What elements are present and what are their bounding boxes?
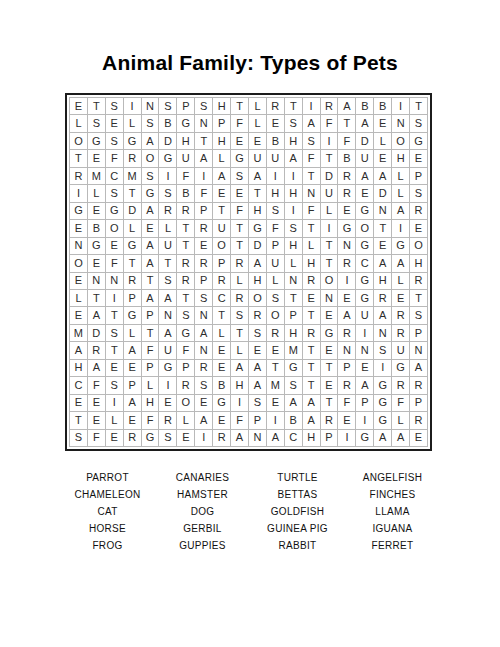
- grid-cell: O: [142, 150, 159, 166]
- grid-cell: L: [142, 377, 159, 393]
- grid-cell: U: [159, 238, 176, 254]
- grid-cell: F: [303, 150, 320, 166]
- grid-cell: I: [159, 168, 176, 184]
- grid-cell: C: [106, 168, 123, 184]
- grid-cell: G: [356, 238, 373, 254]
- grid-cell: G: [392, 360, 409, 376]
- grid-cell: U: [267, 150, 284, 166]
- grid-cell: E: [410, 220, 427, 236]
- grid-cell: B: [177, 185, 194, 201]
- grid-cell: P: [410, 325, 427, 341]
- grid-cell: B: [356, 98, 373, 114]
- grid-cell: E: [88, 255, 105, 271]
- grid-cell: F: [303, 203, 320, 219]
- grid-cell: I: [392, 98, 409, 114]
- grid-cell: L: [177, 412, 194, 428]
- grid-cell: R: [231, 255, 248, 271]
- grid-cell: C: [70, 377, 87, 393]
- grid-cell: A: [392, 255, 409, 271]
- grid-cell: G: [392, 238, 409, 254]
- grid-cell: G: [70, 203, 87, 219]
- grid-cell: D: [321, 168, 338, 184]
- grid-cell: A: [249, 377, 266, 393]
- grid-cell: R: [213, 430, 230, 446]
- grid-cell: A: [338, 307, 355, 323]
- grid-cell: R: [159, 412, 176, 428]
- grid-cell: E: [195, 395, 212, 411]
- grid-cell: F: [231, 203, 248, 219]
- grid-cell: A: [338, 98, 355, 114]
- grid-cell: S: [249, 325, 266, 341]
- grid-cell: S: [195, 377, 212, 393]
- grid-cell: E: [106, 360, 123, 376]
- grid-cell: B: [338, 150, 355, 166]
- grid-cell: U: [249, 150, 266, 166]
- grid-cell: O: [410, 238, 427, 254]
- grid-cell: L: [392, 273, 409, 289]
- grid-cell: H: [285, 185, 302, 201]
- grid-cell: U: [159, 342, 176, 358]
- grid-cell: L: [303, 238, 320, 254]
- grid-cell: U: [321, 185, 338, 201]
- grid-cell: F: [177, 168, 194, 184]
- grid-cell: I: [338, 430, 355, 446]
- grid-cell: D: [88, 325, 105, 341]
- grid-cell: I: [321, 133, 338, 149]
- word-list-item: FROG: [60, 537, 155, 554]
- grid-cell: N: [321, 290, 338, 306]
- grid-cell: E: [142, 220, 159, 236]
- grid-cell: F: [142, 412, 159, 428]
- grid-cell: A: [142, 238, 159, 254]
- grid-cell: F: [338, 395, 355, 411]
- grid-cell: E: [338, 290, 355, 306]
- grid-cell: A: [142, 290, 159, 306]
- grid-cell: S: [410, 185, 427, 201]
- grid-cell: P: [177, 98, 194, 114]
- grid-cell: L: [70, 115, 87, 131]
- grid-cell: E: [106, 430, 123, 446]
- grid-cell: A: [392, 430, 409, 446]
- grid-cell: F: [177, 342, 194, 358]
- grid-cell: I: [392, 220, 409, 236]
- grid-cell: I: [356, 325, 373, 341]
- grid-cell: R: [195, 220, 212, 236]
- grid-cell: P: [124, 290, 141, 306]
- grid-cell: I: [231, 395, 248, 411]
- grid-cell: U: [392, 342, 409, 358]
- grid-cell: T: [124, 185, 141, 201]
- grid-cell: E: [70, 273, 87, 289]
- grid-cell: E: [195, 238, 212, 254]
- grid-cell: H: [392, 150, 409, 166]
- grid-cell: I: [285, 203, 302, 219]
- grid-cell: E: [374, 150, 391, 166]
- grid-cell: T: [303, 220, 320, 236]
- grid-cell: S: [231, 307, 248, 323]
- word-list-item: HAMSTER: [155, 486, 250, 503]
- grid-cell: R: [213, 273, 230, 289]
- grid-cell: T: [106, 307, 123, 323]
- grid-cell: U: [177, 150, 194, 166]
- grid-cell: R: [392, 307, 409, 323]
- grid-cell: L: [249, 115, 266, 131]
- grid-cell: S: [159, 273, 176, 289]
- grid-cell: T: [231, 220, 248, 236]
- grid-cell: E: [70, 220, 87, 236]
- word-list-item: CAT: [60, 503, 155, 520]
- grid-cell: H: [285, 325, 302, 341]
- grid-cell: O: [70, 255, 87, 271]
- grid-cell: T: [88, 98, 105, 114]
- word-list-item: FINCHES: [345, 486, 440, 503]
- grid-cell: P: [267, 238, 284, 254]
- grid-cell: T: [106, 342, 123, 358]
- grid-cell: E: [106, 238, 123, 254]
- grid-cell: G: [177, 325, 194, 341]
- grid-cell: R: [124, 273, 141, 289]
- grid-cell: F: [267, 220, 284, 236]
- grid-cell: I: [285, 168, 302, 184]
- grid-cell: S: [410, 115, 427, 131]
- grid-cell: G: [124, 307, 141, 323]
- grid-cell: F: [321, 115, 338, 131]
- grid-cell: H: [142, 395, 159, 411]
- grid-cell: H: [374, 273, 391, 289]
- grid-cell: A: [303, 412, 320, 428]
- grid-cell: I: [267, 168, 284, 184]
- grid-cell: R: [249, 307, 266, 323]
- grid-cell: S: [285, 115, 302, 131]
- grid-cell: M: [70, 325, 87, 341]
- grid-cell: M: [285, 342, 302, 358]
- grid-cell: T: [195, 133, 212, 149]
- grid-cell: L: [285, 255, 302, 271]
- grid-cell: N: [285, 273, 302, 289]
- grid-cell: A: [142, 255, 159, 271]
- grid-cell: L: [392, 185, 409, 201]
- grid-cell: A: [285, 395, 302, 411]
- grid-cell: R: [195, 255, 212, 271]
- word-list-item: GERBIL: [155, 520, 250, 537]
- grid-cell: T: [88, 290, 105, 306]
- grid-cell: L: [231, 273, 248, 289]
- grid-cell: H: [249, 203, 266, 219]
- grid-cell: G: [374, 377, 391, 393]
- grid-cell: L: [392, 168, 409, 184]
- grid-cell: E: [267, 395, 284, 411]
- grid-cell: P: [285, 307, 302, 323]
- grid-cell: D: [356, 133, 373, 149]
- grid-cell: R: [177, 273, 194, 289]
- letter-grid: ETSINSPSHTLRTIRABBITLSELSBGNPFLESAFTAENS…: [69, 97, 428, 447]
- grid-cell: H: [267, 185, 284, 201]
- grid-cell: I: [195, 168, 212, 184]
- grid-cell: S: [285, 377, 302, 393]
- grid-cell: S: [195, 290, 212, 306]
- grid-cell: F: [195, 185, 212, 201]
- grid-cell: L: [392, 412, 409, 428]
- grid-cell: T: [374, 220, 391, 236]
- grid-cell: S: [70, 430, 87, 446]
- grid-cell: P: [410, 168, 427, 184]
- grid-cell: N: [338, 238, 355, 254]
- grid-cell: L: [374, 133, 391, 149]
- word-list-column-2: CANARIESHAMSTERDOGGERBILGUPPIES: [155, 469, 250, 554]
- grid-cell: A: [231, 430, 248, 446]
- grid-cell: H: [410, 255, 427, 271]
- grid-cell: E: [267, 342, 284, 358]
- grid-cell: B: [374, 98, 391, 114]
- grid-cell: A: [303, 395, 320, 411]
- grid-cell: S: [231, 168, 248, 184]
- grid-cell: E: [321, 307, 338, 323]
- grid-cell: E: [88, 395, 105, 411]
- grid-cell: L: [124, 325, 141, 341]
- grid-cell: P: [321, 430, 338, 446]
- grid-cell: H: [213, 98, 230, 114]
- word-list-item: GUPPIES: [155, 537, 250, 554]
- grid-cell: L: [70, 290, 87, 306]
- grid-cell: L: [213, 325, 230, 341]
- grid-cell: F: [106, 255, 123, 271]
- grid-cell: S: [285, 220, 302, 236]
- grid-cell: N: [195, 307, 212, 323]
- grid-cell: G: [410, 133, 427, 149]
- grid-cell: N: [374, 325, 391, 341]
- grid-cell: H: [177, 133, 194, 149]
- grid-cell: T: [303, 360, 320, 376]
- grid-cell: G: [338, 220, 355, 236]
- word-list-item: LLAMA: [345, 503, 440, 520]
- grid-cell: P: [124, 377, 141, 393]
- grid-cell: M: [88, 168, 105, 184]
- grid-cell: D: [374, 185, 391, 201]
- grid-cell: G: [356, 273, 373, 289]
- grid-cell: A: [213, 168, 230, 184]
- grid-cell: U: [356, 307, 373, 323]
- grid-cell: P: [195, 273, 212, 289]
- grid-cell: A: [374, 168, 391, 184]
- grid-cell: A: [88, 307, 105, 323]
- grid-cell: P: [177, 360, 194, 376]
- grid-cell: N: [374, 203, 391, 219]
- grid-cell: R: [338, 255, 355, 271]
- grid-cell: P: [142, 307, 159, 323]
- grid-cell: R: [338, 377, 355, 393]
- word-list-column-4: ANGELFISHFINCHESLLAMAIGUANAFERRET: [345, 469, 440, 554]
- grid-cell: I: [195, 430, 212, 446]
- grid-cell: A: [374, 307, 391, 323]
- grid-cell: L: [321, 203, 338, 219]
- grid-cell: N: [392, 115, 409, 131]
- grid-cell: G: [88, 238, 105, 254]
- word-list-item: RABBIT: [250, 537, 345, 554]
- grid-cell: F: [231, 115, 248, 131]
- grid-cell: E: [374, 115, 391, 131]
- grid-cell: P: [142, 360, 159, 376]
- grid-cell: S: [106, 325, 123, 341]
- grid-cell: E: [392, 290, 409, 306]
- grid-cell: E: [267, 115, 284, 131]
- grid-cell: S: [249, 395, 266, 411]
- grid-cell: S: [177, 307, 194, 323]
- word-search-grid: ETSINSPSHTLRTIRABBITLSELSBGNPFLESAFTAENS…: [65, 93, 432, 451]
- grid-cell: N: [106, 273, 123, 289]
- grid-cell: A: [356, 168, 373, 184]
- grid-cell: T: [303, 342, 320, 358]
- grid-cell: H: [213, 133, 230, 149]
- grid-cell: R: [410, 273, 427, 289]
- grid-cell: A: [410, 360, 427, 376]
- grid-cell: E: [88, 203, 105, 219]
- grid-cell: E: [159, 395, 176, 411]
- grid-cell: F: [142, 342, 159, 358]
- grid-cell: R: [410, 412, 427, 428]
- grid-cell: E: [321, 377, 338, 393]
- grid-cell: E: [321, 342, 338, 358]
- grid-cell: R: [88, 342, 105, 358]
- grid-cell: T: [410, 290, 427, 306]
- grid-cell: S: [195, 98, 212, 114]
- grid-cell: E: [88, 150, 105, 166]
- grid-cell: G: [142, 185, 159, 201]
- grid-cell: R: [392, 325, 409, 341]
- grid-cell: E: [356, 360, 373, 376]
- grid-cell: P: [356, 395, 373, 411]
- grid-cell: M: [267, 377, 284, 393]
- word-list-item: HORSE: [60, 520, 155, 537]
- grid-cell: L: [231, 342, 248, 358]
- grid-cell: F: [231, 412, 248, 428]
- grid-cell: P: [195, 203, 212, 219]
- grid-cell: R: [124, 430, 141, 446]
- grid-cell: T: [177, 238, 194, 254]
- grid-cell: T: [142, 325, 159, 341]
- grid-cell: R: [124, 150, 141, 166]
- grid-cell: L: [213, 150, 230, 166]
- grid-cell: P: [249, 412, 266, 428]
- grid-cell: R: [159, 203, 176, 219]
- grid-cell: F: [88, 430, 105, 446]
- grid-cell: T: [231, 325, 248, 341]
- grid-cell: E: [213, 412, 230, 428]
- grid-cell: B: [213, 377, 230, 393]
- grid-cell: G: [249, 220, 266, 236]
- grid-cell: G: [159, 150, 176, 166]
- word-list-item: ANGELFISH: [345, 469, 440, 486]
- grid-cell: U: [356, 150, 373, 166]
- grid-cell: A: [142, 133, 159, 149]
- grid-cell: E: [70, 307, 87, 323]
- grid-cell: E: [124, 360, 141, 376]
- grid-cell: R: [177, 255, 194, 271]
- grid-cell: R: [321, 98, 338, 114]
- grid-cell: T: [303, 377, 320, 393]
- word-list-item: CHAMELEON: [60, 486, 155, 503]
- grid-cell: I: [338, 273, 355, 289]
- grid-cell: A: [392, 203, 409, 219]
- grid-cell: G: [231, 150, 248, 166]
- grid-cell: I: [374, 360, 391, 376]
- word-list-item: PARROT: [60, 469, 155, 486]
- grid-cell: E: [213, 185, 230, 201]
- grid-cell: A: [249, 255, 266, 271]
- grid-cell: G: [374, 412, 391, 428]
- word-list-column-3: TURTLEBETTASGOLDFISHGUINEA PIGRABBIT: [250, 469, 345, 554]
- grid-cell: N: [195, 342, 212, 358]
- grid-cell: R: [338, 325, 355, 341]
- grid-cell: P: [410, 395, 427, 411]
- grid-cell: E: [303, 290, 320, 306]
- grid-cell: G: [213, 395, 230, 411]
- grid-cell: G: [356, 290, 373, 306]
- grid-cell: R: [231, 290, 248, 306]
- grid-cell: T: [231, 238, 248, 254]
- grid-cell: I: [356, 412, 373, 428]
- grid-cell: T: [124, 255, 141, 271]
- grid-cell: O: [356, 220, 373, 236]
- grid-cell: E: [70, 395, 87, 411]
- grid-cell: L: [124, 220, 141, 236]
- grid-cell: N: [70, 238, 87, 254]
- grid-cell: S: [106, 133, 123, 149]
- grid-cell: H: [285, 133, 302, 149]
- grid-cell: G: [124, 133, 141, 149]
- grid-cell: E: [124, 412, 141, 428]
- grid-cell: S: [159, 430, 176, 446]
- grid-cell: T: [410, 98, 427, 114]
- grid-cell: R: [195, 360, 212, 376]
- grid-cell: T: [177, 290, 194, 306]
- grid-cell: G: [374, 395, 391, 411]
- grid-cell: I: [267, 412, 284, 428]
- grid-cell: O: [106, 220, 123, 236]
- word-list-item: BETTAS: [250, 486, 345, 503]
- grid-cell: N: [159, 307, 176, 323]
- grid-cell: T: [249, 185, 266, 201]
- grid-cell: M: [124, 168, 141, 184]
- grid-cell: D: [249, 238, 266, 254]
- grid-cell: N: [142, 98, 159, 114]
- grid-cell: F: [88, 377, 105, 393]
- grid-cell: D: [124, 203, 141, 219]
- grid-cell: G: [106, 203, 123, 219]
- grid-cell: G: [177, 115, 194, 131]
- grid-cell: E: [213, 342, 230, 358]
- grid-cell: I: [321, 220, 338, 236]
- grid-cell: P: [338, 360, 355, 376]
- grid-cell: D: [159, 133, 176, 149]
- grid-cell: L: [88, 185, 105, 201]
- grid-cell: L: [124, 115, 141, 131]
- grid-cell: T: [70, 150, 87, 166]
- grid-cell: O: [392, 133, 409, 149]
- grid-cell: T: [213, 203, 230, 219]
- grid-cell: E: [410, 430, 427, 446]
- grid-cell: N: [410, 342, 427, 358]
- grid-cell: N: [356, 342, 373, 358]
- grid-cell: R: [321, 412, 338, 428]
- grid-cell: E: [70, 98, 87, 114]
- grid-cell: G: [285, 360, 302, 376]
- grid-cell: T: [285, 98, 302, 114]
- grid-cell: T: [177, 220, 194, 236]
- grid-cell: T: [285, 290, 302, 306]
- grid-cell: G: [159, 360, 176, 376]
- grid-cell: I: [159, 377, 176, 393]
- word-list-item: FERRET: [345, 537, 440, 554]
